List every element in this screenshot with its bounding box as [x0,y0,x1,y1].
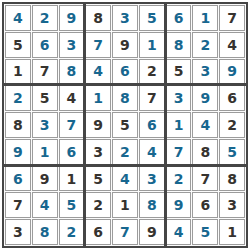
cell-r5c4[interactable]: 9 [85,112,111,138]
cell-r1c5[interactable]: 3 [112,5,138,31]
cell-r1c8[interactable]: 1 [192,5,218,31]
cell-r3c9[interactable]: 9 [219,59,245,85]
cell-r5c8[interactable]: 4 [192,112,218,138]
cell-r9c5[interactable]: 7 [112,219,138,245]
cell-r6c6[interactable]: 4 [139,139,165,165]
cell-r7c6[interactable]: 3 [139,166,165,192]
cell-r1c2[interactable]: 2 [32,5,58,31]
cell-r1c3[interactable]: 9 [59,5,85,31]
cell-r4c8[interactable]: 9 [192,85,218,111]
cell-r4c3[interactable]: 4 [59,85,85,111]
cell-r7c1[interactable]: 6 [5,166,31,192]
cell-r5c1[interactable]: 8 [5,112,31,138]
cell-r6c7[interactable]: 7 [166,139,192,165]
box-divider-vertical-2 [164,3,167,247]
cell-r8c5[interactable]: 1 [112,192,138,218]
cell-r8c7[interactable]: 9 [166,192,192,218]
cell-r9c3[interactable]: 2 [59,219,85,245]
cell-r4c2[interactable]: 5 [32,85,58,111]
cell-r3c5[interactable]: 6 [112,59,138,85]
box-divider-horizontal-1 [3,83,247,86]
cell-r5c6[interactable]: 6 [139,112,165,138]
cell-r2c4[interactable]: 7 [85,32,111,58]
cell-r6c9[interactable]: 5 [219,139,245,165]
cell-r1c7[interactable]: 6 [166,5,192,31]
cell-r2c9[interactable]: 4 [219,32,245,58]
cell-r8c1[interactable]: 7 [5,192,31,218]
cell-r5c9[interactable]: 2 [219,112,245,138]
cell-r1c4[interactable]: 8 [85,5,111,31]
cell-r2c7[interactable]: 8 [166,32,192,58]
cell-r9c8[interactable]: 5 [192,219,218,245]
cell-r4c4[interactable]: 1 [85,85,111,111]
cell-r2c2[interactable]: 6 [32,32,58,58]
box-divider-vertical-1 [83,3,86,247]
cell-r5c7[interactable]: 1 [166,112,192,138]
cell-r7c7[interactable]: 2 [166,166,192,192]
cell-r8c3[interactable]: 5 [59,192,85,218]
cell-r9c9[interactable]: 1 [219,219,245,245]
cell-r1c9[interactable]: 7 [219,5,245,31]
cell-r6c3[interactable]: 6 [59,139,85,165]
cell-r2c6[interactable]: 1 [139,32,165,58]
cell-r4c5[interactable]: 8 [112,85,138,111]
cell-r9c6[interactable]: 9 [139,219,165,245]
cell-r6c1[interactable]: 9 [5,139,31,165]
cell-r8c9[interactable]: 3 [219,192,245,218]
cell-r3c8[interactable]: 3 [192,59,218,85]
cell-r5c2[interactable]: 3 [32,112,58,138]
cell-r9c1[interactable]: 3 [5,219,31,245]
cell-r4c7[interactable]: 3 [166,85,192,111]
cell-r7c4[interactable]: 5 [85,166,111,192]
cell-r7c8[interactable]: 7 [192,166,218,192]
cell-r4c9[interactable]: 6 [219,85,245,111]
cell-r9c4[interactable]: 6 [85,219,111,245]
cell-r7c2[interactable]: 9 [32,166,58,192]
cell-r6c8[interactable]: 8 [192,139,218,165]
cell-r1c6[interactable]: 5 [139,5,165,31]
cell-r9c7[interactable]: 4 [166,219,192,245]
cell-r8c2[interactable]: 4 [32,192,58,218]
cell-r9c2[interactable]: 8 [32,219,58,245]
cell-r7c3[interactable]: 1 [59,166,85,192]
cell-r5c3[interactable]: 7 [59,112,85,138]
cell-r2c1[interactable]: 5 [5,32,31,58]
cell-r6c2[interactable]: 1 [32,139,58,165]
cell-r2c3[interactable]: 3 [59,32,85,58]
cell-r7c9[interactable]: 8 [219,166,245,192]
cell-r6c5[interactable]: 2 [112,139,138,165]
cell-r3c2[interactable]: 7 [32,59,58,85]
cell-r3c1[interactable]: 1 [5,59,31,85]
cell-r7c5[interactable]: 4 [112,166,138,192]
cell-r6c4[interactable]: 3 [85,139,111,165]
cell-r4c6[interactable]: 7 [139,85,165,111]
cell-r3c4[interactable]: 4 [85,59,111,85]
cell-r8c4[interactable]: 2 [85,192,111,218]
cell-r8c6[interactable]: 8 [139,192,165,218]
cell-r4c1[interactable]: 2 [5,85,31,111]
cell-r8c8[interactable]: 6 [192,192,218,218]
cell-r3c3[interactable]: 8 [59,59,85,85]
cell-r5c5[interactable]: 5 [112,112,138,138]
cell-r2c8[interactable]: 2 [192,32,218,58]
cell-r3c7[interactable]: 5 [166,59,192,85]
cell-r3c6[interactable]: 2 [139,59,165,85]
sudoku-board: 4298356175637918241784625392541873968379… [2,2,248,248]
cell-r1c1[interactable]: 4 [5,5,31,31]
cell-r2c5[interactable]: 9 [112,32,138,58]
box-divider-horizontal-2 [3,164,247,167]
